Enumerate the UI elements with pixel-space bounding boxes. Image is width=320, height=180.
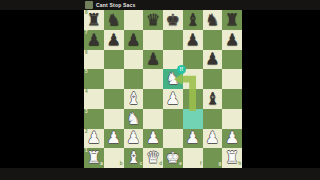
square-e8[interactable]: ♚ bbox=[163, 10, 183, 30]
piece-white-pawn[interactable]: ♟ bbox=[183, 129, 203, 149]
square-b1[interactable]: b bbox=[104, 148, 124, 168]
square-g8[interactable]: ♞ bbox=[203, 10, 223, 30]
bottom-player-bar: Legal With Names Too de bbox=[0, 168, 320, 180]
top-player-name: Cant Stop Sacs bbox=[96, 2, 135, 8]
rank-label-7: 7 bbox=[85, 31, 88, 36]
square-g1[interactable]: g bbox=[203, 148, 223, 168]
square-a3[interactable]: 3 bbox=[84, 109, 104, 129]
square-h6[interactable] bbox=[222, 50, 242, 70]
piece-black-pawn[interactable]: ♟ bbox=[203, 50, 223, 70]
square-f4[interactable] bbox=[183, 89, 203, 109]
square-e1[interactable]: e♚ bbox=[163, 148, 183, 168]
rank-label-5: 5 bbox=[85, 70, 88, 75]
rank-label-4: 4 bbox=[85, 90, 88, 95]
square-e4[interactable]: ♟ bbox=[163, 89, 183, 109]
square-h2[interactable]: ♟ bbox=[222, 129, 242, 149]
square-c4[interactable]: ♝ bbox=[124, 89, 144, 109]
square-f1[interactable]: f bbox=[183, 148, 203, 168]
square-c5[interactable] bbox=[124, 69, 144, 89]
square-d6[interactable]: ♟ bbox=[143, 50, 163, 70]
square-h7[interactable]: ♟ bbox=[222, 30, 242, 50]
piece-black-queen[interactable]: ♛ bbox=[143, 10, 163, 30]
square-e7[interactable] bbox=[163, 30, 183, 50]
piece-white-pawn[interactable]: ♟ bbox=[143, 129, 163, 149]
rank-label-1: 1 bbox=[85, 149, 88, 154]
rank-label-3: 3 bbox=[85, 110, 88, 115]
square-c6[interactable] bbox=[124, 50, 144, 70]
square-h4[interactable] bbox=[222, 89, 242, 109]
square-a6[interactable]: 6 bbox=[84, 50, 104, 70]
square-a1[interactable]: 1a♜ bbox=[84, 148, 104, 168]
square-a4[interactable]: 4 bbox=[84, 89, 104, 109]
square-d2[interactable]: ♟ bbox=[143, 129, 163, 149]
file-label-g: g bbox=[218, 162, 221, 167]
square-g4[interactable]: ♝ bbox=[203, 89, 223, 109]
file-label-f: f bbox=[200, 162, 202, 167]
square-g2[interactable]: ♟ bbox=[203, 129, 223, 149]
square-b5[interactable] bbox=[104, 69, 124, 89]
square-c3[interactable]: ♞ bbox=[124, 109, 144, 129]
piece-black-pawn[interactable]: ♟ bbox=[183, 30, 203, 50]
square-b4[interactable] bbox=[104, 89, 124, 109]
piece-black-pawn[interactable]: ♟ bbox=[222, 30, 242, 50]
square-g7[interactable] bbox=[203, 30, 223, 50]
piece-white-bishop[interactable]: ♝ bbox=[124, 89, 144, 109]
square-g5[interactable] bbox=[203, 69, 223, 89]
square-h5[interactable] bbox=[222, 69, 242, 89]
square-d7[interactable] bbox=[143, 30, 163, 50]
piece-black-king[interactable]: ♚ bbox=[163, 10, 183, 30]
piece-black-knight[interactable]: ♞ bbox=[203, 10, 223, 30]
square-a5[interactable]: 5 bbox=[84, 69, 104, 89]
square-c2[interactable]: ♟ bbox=[124, 129, 144, 149]
square-c7[interactable]: ♟ bbox=[124, 30, 144, 50]
piece-white-pawn[interactable]: ♟ bbox=[124, 129, 144, 149]
square-b8[interactable]: ♞ bbox=[104, 10, 124, 30]
square-b7[interactable]: ♟ bbox=[104, 30, 124, 50]
square-e3[interactable] bbox=[163, 109, 183, 129]
square-h3[interactable] bbox=[222, 109, 242, 129]
rank-label-2: 2 bbox=[85, 130, 88, 135]
square-a2[interactable]: 2♟ bbox=[84, 129, 104, 149]
brilliant-move-badge: !! bbox=[177, 65, 186, 74]
piece-white-pawn[interactable]: ♟ bbox=[222, 129, 242, 149]
square-a7[interactable]: 7♟ bbox=[84, 30, 104, 50]
square-d1[interactable]: d♛ bbox=[143, 148, 163, 168]
square-d5[interactable] bbox=[143, 69, 163, 89]
square-d4[interactable] bbox=[143, 89, 163, 109]
file-label-a: a bbox=[100, 162, 103, 167]
piece-white-pawn[interactable]: ♟ bbox=[104, 129, 124, 149]
top-player-avatar[interactable] bbox=[85, 1, 93, 9]
square-e2[interactable] bbox=[163, 129, 183, 149]
square-g6[interactable]: ♟ bbox=[203, 50, 223, 70]
file-label-h: h bbox=[238, 162, 241, 167]
square-f2[interactable]: ♟ bbox=[183, 129, 203, 149]
square-b6[interactable] bbox=[104, 50, 124, 70]
square-f5[interactable] bbox=[183, 69, 203, 89]
square-f8[interactable]: ♝ bbox=[183, 10, 203, 30]
rank-label-6: 6 bbox=[85, 51, 88, 56]
piece-white-pawn[interactable]: ♟ bbox=[163, 89, 183, 109]
square-c1[interactable]: c♝ bbox=[124, 148, 144, 168]
square-b2[interactable]: ♟ bbox=[104, 129, 124, 149]
square-h1[interactable]: h♜ bbox=[222, 148, 242, 168]
top-player-bar: Cant Stop Sacs bbox=[0, 0, 320, 10]
square-b3[interactable] bbox=[104, 109, 124, 129]
piece-black-bishop[interactable]: ♝ bbox=[183, 10, 203, 30]
video-frame: Cant Stop Sacs 8♜♞♛♚♝♞♜7♟♟♟♟♟6♟♟5♞4♝♟♝3♞… bbox=[0, 0, 320, 180]
piece-black-pawn[interactable]: ♟ bbox=[143, 50, 163, 70]
square-d8[interactable]: ♛ bbox=[143, 10, 163, 30]
piece-black-pawn[interactable]: ♟ bbox=[124, 30, 144, 50]
file-label-b: b bbox=[120, 162, 123, 167]
square-c8[interactable] bbox=[124, 10, 144, 30]
piece-black-pawn[interactable]: ♟ bbox=[104, 30, 124, 50]
square-a8[interactable]: 8♜ bbox=[84, 10, 104, 30]
piece-black-knight[interactable]: ♞ bbox=[104, 10, 124, 30]
square-f6[interactable] bbox=[183, 50, 203, 70]
square-d3[interactable] bbox=[143, 109, 163, 129]
rank-label-8: 8 bbox=[85, 11, 88, 16]
piece-white-knight[interactable]: ♞ bbox=[124, 109, 144, 129]
piece-black-bishop[interactable]: ♝ bbox=[203, 89, 223, 109]
square-h8[interactable]: ♜ bbox=[222, 10, 242, 30]
square-f7[interactable]: ♟ bbox=[183, 30, 203, 50]
file-label-e: e bbox=[179, 162, 182, 167]
piece-black-rook[interactable]: ♜ bbox=[222, 10, 242, 30]
file-label-c: c bbox=[140, 162, 143, 167]
chess-board[interactable]: 8♜♞♛♚♝♞♜7♟♟♟♟♟6♟♟5♞4♝♟♝3♞2♟♟♟♟♟♟♟1a♜bc♝d… bbox=[84, 10, 242, 168]
square-f3[interactable] bbox=[183, 109, 203, 129]
piece-white-pawn[interactable]: ♟ bbox=[203, 129, 223, 149]
file-label-d: d bbox=[159, 162, 162, 167]
square-g3[interactable] bbox=[203, 109, 223, 129]
